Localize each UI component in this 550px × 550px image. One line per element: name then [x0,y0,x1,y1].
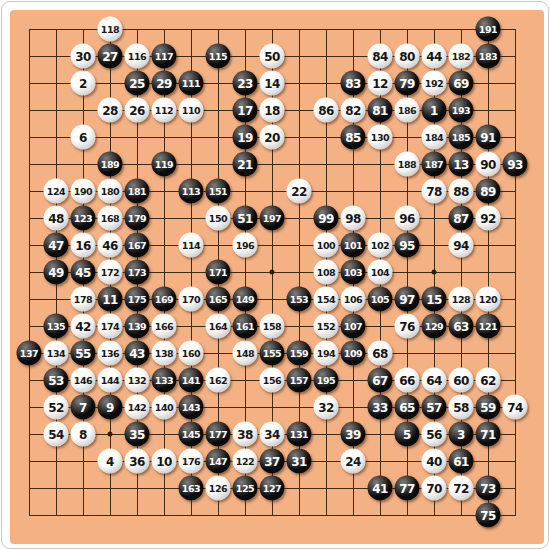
stone-black-49: 49 [44,260,69,285]
stone-white-42: 42 [71,314,96,339]
stone-white-44: 44 [422,44,447,69]
stone-white-10: 10 [152,449,177,474]
stone-black-73: 73 [476,476,501,501]
move-number: 46 [102,239,118,251]
move-number: 189 [101,159,119,169]
move-number: 36 [129,455,145,467]
stone-white-88: 88 [449,179,474,204]
move-number: 38 [237,428,253,440]
move-number: 39 [345,428,361,440]
stone-white-98: 98 [341,206,366,231]
stone-black-19: 19 [233,125,258,150]
stone-black-45: 45 [71,260,96,285]
move-number: 47 [48,239,64,251]
stone-black-151: 151 [206,179,231,204]
stone-white-150: 150 [206,206,231,231]
move-number: 33 [372,401,388,413]
move-number: 146 [74,375,92,385]
stone-black-137: 137 [17,341,42,366]
move-number: 93 [507,158,523,170]
move-number: 61 [453,455,469,467]
stone-black-99: 99 [314,206,339,231]
stone-white-112: 112 [152,98,177,123]
move-number: 13 [453,158,469,170]
move-number: 82 [345,104,361,116]
move-number: 66 [399,374,415,386]
move-number: 12 [372,77,388,89]
stone-white-106: 106 [341,287,366,312]
stone-white-20: 20 [260,125,285,150]
move-number: 81 [372,104,388,116]
stone-white-36: 36 [125,449,150,474]
move-number: 195 [317,375,335,385]
move-number: 115 [209,51,227,61]
stone-black-131: 131 [287,422,312,447]
stone-black-59: 59 [476,395,501,420]
move-number: 111 [182,78,200,88]
stone-white-144: 144 [98,368,123,393]
move-number: 42 [75,320,91,332]
move-number: 131 [290,429,308,439]
move-number: 92 [480,212,496,224]
stone-white-28: 28 [98,98,123,123]
move-number: 144 [101,375,119,385]
stone-black-51: 51 [233,206,258,231]
move-number: 181 [128,186,146,196]
stone-white-162: 162 [206,368,231,393]
stone-white-126: 126 [206,476,231,501]
stone-black-121: 121 [476,314,501,339]
move-number: 89 [480,185,496,197]
move-number: 175 [128,294,146,304]
move-number: 163 [182,483,200,493]
star-point [108,432,113,437]
stone-black-89: 89 [476,179,501,204]
star-point [270,270,275,275]
stone-black-141: 141 [179,368,204,393]
move-number: 169 [155,294,173,304]
move-number: 77 [399,482,415,494]
stone-white-108: 108 [314,260,339,285]
stone-white-58: 58 [449,395,474,420]
stone-white-192: 192 [422,71,447,96]
stone-white-132: 132 [125,368,150,393]
stone-black-87: 87 [449,206,474,231]
stone-black-63: 63 [449,314,474,339]
stone-black-75: 75 [476,503,501,528]
move-number: 80 [399,50,415,62]
move-number: 133 [155,375,173,385]
move-number: 21 [237,158,253,170]
move-number: 14 [264,77,280,89]
move-number: 74 [507,401,523,413]
move-number: 59 [480,401,496,413]
move-number: 158 [263,321,281,331]
stone-white-136: 136 [98,341,123,366]
stone-black-35: 35 [125,422,150,447]
move-number: 79 [399,77,415,89]
move-number: 173 [128,267,146,277]
stone-white-128: 128 [449,287,474,312]
move-number: 180 [101,186,119,196]
move-number: 98 [345,212,361,224]
stone-black-21: 21 [233,152,258,177]
move-number: 191 [479,24,497,34]
move-number: 149 [236,294,254,304]
stone-black-31: 31 [287,449,312,474]
move-number: 117 [155,51,173,61]
stone-white-182: 182 [449,44,474,69]
stone-white-154: 154 [314,287,339,312]
move-number: 1 [430,104,438,116]
stone-white-4: 4 [98,449,123,474]
move-number: 190 [74,186,92,196]
move-number: 31 [291,455,307,467]
stone-white-76: 76 [395,314,420,339]
stone-white-32: 32 [314,395,339,420]
move-number: 122 [236,456,254,466]
move-number: 78 [426,185,442,197]
grid-line-vertical [515,29,516,516]
stone-white-30: 30 [71,44,96,69]
stone-black-143: 143 [179,395,204,420]
move-number: 184 [425,132,443,142]
stone-black-53: 53 [44,368,69,393]
stone-white-164: 164 [206,314,231,339]
stone-black-55: 55 [71,341,96,366]
move-number: 60 [453,374,469,386]
stone-black-25: 25 [125,71,150,96]
move-number: 67 [372,374,388,386]
move-number: 44 [426,50,442,62]
move-number: 141 [182,375,200,385]
move-number: 88 [453,185,469,197]
stone-black-161: 161 [233,314,258,339]
move-number: 15 [426,293,442,305]
move-number: 103 [344,267,362,277]
stone-white-114: 114 [179,233,204,258]
stone-white-90: 90 [476,152,501,177]
move-number: 188 [398,159,416,169]
move-number: 48 [48,212,64,224]
move-number: 35 [129,428,145,440]
move-number: 52 [48,401,64,413]
stone-white-190: 190 [71,179,96,204]
move-number: 147 [209,456,227,466]
move-number: 50 [264,50,280,62]
stone-black-71: 71 [476,422,501,447]
stone-black-197: 197 [260,206,285,231]
stone-black-107: 107 [341,314,366,339]
stone-black-195: 195 [314,368,339,393]
stone-black-17: 17 [233,98,258,123]
move-number: 20 [264,131,280,143]
move-number: 120 [479,294,497,304]
move-number: 97 [399,293,415,305]
move-number: 114 [182,240,200,250]
move-number: 124 [47,186,65,196]
move-number: 10 [156,455,172,467]
move-number: 116 [128,51,146,61]
move-number: 2 [79,77,87,89]
stone-black-61: 61 [449,449,474,474]
stone-black-157: 157 [287,368,312,393]
stone-white-26: 26 [125,98,150,123]
stone-black-117: 117 [152,44,177,69]
stone-white-22: 22 [287,179,312,204]
move-number: 192 [425,78,443,88]
move-number: 157 [290,375,308,385]
stone-black-5: 5 [395,422,420,447]
move-number: 121 [479,321,497,331]
move-number: 37 [264,455,280,467]
stone-black-113: 113 [179,179,204,204]
stone-white-194: 194 [314,341,339,366]
stone-white-6: 6 [71,125,96,150]
stone-black-175: 175 [125,287,150,312]
stone-black-129: 129 [422,314,447,339]
move-number: 162 [209,375,227,385]
move-number: 118 [101,24,119,34]
move-number: 132 [128,375,146,385]
move-number: 51 [237,212,253,224]
stone-white-142: 142 [125,395,150,420]
stone-white-74: 74 [503,395,528,420]
move-number: 29 [156,77,172,89]
move-number: 63 [453,320,469,332]
move-number: 127 [263,483,281,493]
move-number: 165 [209,294,227,304]
move-number: 86 [318,104,334,116]
stone-black-153: 153 [287,287,312,312]
stone-black-85: 85 [341,125,366,150]
stone-black-13: 13 [449,152,474,177]
star-point [432,270,437,275]
stone-black-11: 11 [98,287,123,312]
stone-black-111: 111 [179,71,204,96]
stone-white-146: 146 [71,368,96,393]
stone-black-163: 163 [179,476,204,501]
stone-black-91: 91 [476,125,501,150]
stone-white-118: 118 [98,17,123,42]
move-number: 130 [371,132,389,142]
move-number: 170 [182,294,200,304]
move-number: 172 [101,267,119,277]
move-number: 110 [182,105,200,115]
move-number: 166 [155,321,173,331]
move-number: 53 [48,374,64,386]
stone-white-94: 94 [449,233,474,258]
move-number: 54 [48,428,64,440]
stone-white-196: 196 [233,233,258,258]
stone-black-133: 133 [152,368,177,393]
stone-white-96: 96 [395,206,420,231]
stone-white-178: 178 [71,287,96,312]
stone-black-193: 193 [449,98,474,123]
stone-white-84: 84 [368,44,393,69]
move-number: 174 [101,321,119,331]
stone-black-29: 29 [152,71,177,96]
stone-black-183: 183 [476,44,501,69]
stone-black-123: 123 [71,206,96,231]
move-number: 41 [372,482,388,494]
stone-black-127: 127 [260,476,285,501]
stone-black-23: 23 [233,71,258,96]
stone-black-57: 57 [422,395,447,420]
move-number: 22 [291,185,307,197]
stone-black-97: 97 [395,287,420,312]
move-number: 152 [317,321,335,331]
move-number: 136 [101,348,119,358]
stone-white-140: 140 [152,395,177,420]
stone-black-119: 119 [152,152,177,177]
move-number: 143 [182,402,200,412]
stone-black-47: 47 [44,233,69,258]
go-board[interactable]: 1234567891011121314151617181920212223242… [10,10,544,544]
stone-white-12: 12 [368,71,393,96]
move-number: 187 [425,159,443,169]
move-number: 24 [345,455,361,467]
move-number: 161 [236,321,254,331]
move-number: 156 [263,375,281,385]
stone-black-7: 7 [71,395,96,420]
stone-white-188: 188 [395,152,420,177]
stone-black-165: 165 [206,287,231,312]
move-number: 193 [452,105,470,115]
move-number: 17 [237,104,253,116]
move-number: 25 [129,77,145,89]
stone-black-33: 33 [368,395,393,420]
move-number: 19 [237,131,253,143]
stone-white-46: 46 [98,233,123,258]
stone-white-92: 92 [476,206,501,231]
stone-white-66: 66 [395,368,420,393]
stone-black-145: 145 [179,422,204,447]
move-number: 56 [426,428,442,440]
move-number: 62 [480,374,496,386]
move-number: 30 [75,50,91,62]
move-number: 4 [106,455,114,467]
stone-black-115: 115 [206,44,231,69]
stone-black-77: 77 [395,476,420,501]
stone-black-109: 109 [341,341,366,366]
move-number: 8 [79,428,87,440]
move-number: 32 [318,401,334,413]
move-number: 73 [480,482,496,494]
stone-black-43: 43 [125,341,150,366]
stone-white-62: 62 [476,368,501,393]
move-number: 134 [47,348,65,358]
move-number: 139 [128,321,146,331]
move-number: 183 [479,51,497,61]
move-number: 107 [344,321,362,331]
stone-white-64: 64 [422,368,447,393]
stone-white-40: 40 [422,449,447,474]
stone-black-103: 103 [341,260,366,285]
move-number: 196 [236,240,254,250]
stone-black-79: 79 [395,71,420,96]
move-number: 128 [452,294,470,304]
move-number: 95 [399,239,415,251]
move-number: 16 [75,239,91,251]
stone-white-48: 48 [44,206,69,231]
move-number: 76 [399,320,415,332]
stone-white-50: 50 [260,44,285,69]
stone-white-86: 86 [314,98,339,123]
stone-black-65: 65 [395,395,420,420]
stone-black-171: 171 [206,260,231,285]
board-frame: 1234567891011121314151617181920212223242… [1,1,549,549]
move-number: 109 [344,348,362,358]
stone-white-34: 34 [260,422,285,447]
move-number: 113 [182,186,200,196]
stone-white-170: 170 [179,287,204,312]
move-number: 96 [399,212,415,224]
move-number: 182 [452,51,470,61]
move-number: 65 [399,401,415,413]
move-number: 3 [457,428,465,440]
stone-black-125: 125 [233,476,258,501]
move-number: 85 [345,131,361,143]
move-number: 26 [129,104,145,116]
move-number: 99 [318,212,334,224]
move-number: 137 [20,348,38,358]
stone-white-122: 122 [233,449,258,474]
stone-black-41: 41 [368,476,393,501]
stone-white-180: 180 [98,179,123,204]
stone-white-160: 160 [179,341,204,366]
stone-black-37: 37 [260,449,285,474]
stone-white-168: 168 [98,206,123,231]
move-number: 129 [425,321,443,331]
stone-white-24: 24 [341,449,366,474]
move-number: 176 [182,456,200,466]
stone-black-185: 185 [449,125,474,150]
stone-white-100: 100 [314,233,339,258]
move-number: 28 [102,104,118,116]
move-number: 105 [371,294,389,304]
stone-white-18: 18 [260,98,285,123]
move-number: 45 [75,266,91,278]
move-number: 171 [209,267,227,277]
move-number: 135 [47,321,65,331]
stone-white-174: 174 [98,314,123,339]
move-number: 153 [290,294,308,304]
stone-black-159: 159 [287,341,312,366]
stone-black-191: 191 [476,17,501,42]
stone-white-116: 116 [125,44,150,69]
stone-black-81: 81 [368,98,393,123]
stone-black-83: 83 [341,71,366,96]
move-number: 167 [128,240,146,250]
move-number: 104 [371,267,389,277]
stone-black-95: 95 [395,233,420,258]
move-number: 155 [263,348,281,358]
stone-white-156: 156 [260,368,285,393]
move-number: 91 [480,131,496,143]
stone-white-60: 60 [449,368,474,393]
stone-white-8: 8 [71,422,96,447]
move-number: 197 [263,213,281,223]
move-number: 83 [345,77,361,89]
move-number: 142 [128,402,146,412]
move-number: 27 [102,50,118,62]
stone-white-82: 82 [341,98,366,123]
stone-white-54: 54 [44,422,69,447]
move-number: 154 [317,294,335,304]
move-number: 34 [264,428,280,440]
stone-black-39: 39 [341,422,366,447]
